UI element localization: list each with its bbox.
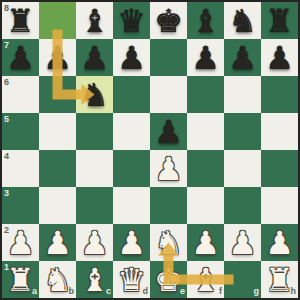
- square-a2[interactable]: 2♟: [2, 224, 39, 261]
- black-pawn-h7[interactable]: ♟: [261, 39, 298, 76]
- square-f5[interactable]: [187, 113, 224, 150]
- square-h2[interactable]: ♟: [261, 224, 298, 261]
- square-g1[interactable]: g: [224, 261, 261, 298]
- square-d3[interactable]: [113, 187, 150, 224]
- square-d4[interactable]: [113, 150, 150, 187]
- white-pawn-d2[interactable]: ♟: [113, 224, 150, 261]
- square-c7[interactable]: ♟: [76, 39, 113, 76]
- white-bishop-c1[interactable]: ♝: [76, 261, 113, 298]
- square-d7[interactable]: ♟: [113, 39, 150, 76]
- rank-label-6: 6: [4, 78, 9, 87]
- square-e8[interactable]: ♚: [150, 2, 187, 39]
- rank-label-3: 3: [4, 189, 9, 198]
- square-a5[interactable]: 5: [2, 113, 39, 150]
- square-c8[interactable]: ♝: [76, 2, 113, 39]
- square-d2[interactable]: ♟: [113, 224, 150, 261]
- square-b5[interactable]: [39, 113, 76, 150]
- square-c3[interactable]: [76, 187, 113, 224]
- white-pawn-f2[interactable]: ♟: [187, 224, 224, 261]
- square-f8[interactable]: ♝: [187, 2, 224, 39]
- square-b4[interactable]: [39, 150, 76, 187]
- square-a4[interactable]: 4: [2, 150, 39, 187]
- black-pawn-c7[interactable]: ♟: [76, 39, 113, 76]
- square-c2[interactable]: ♟: [76, 224, 113, 261]
- square-f6[interactable]: [187, 76, 224, 113]
- rank-label-5: 5: [4, 115, 9, 124]
- square-e7[interactable]: [150, 39, 187, 76]
- square-a8[interactable]: 8♜: [2, 2, 39, 39]
- square-d8[interactable]: ♛: [113, 2, 150, 39]
- square-g8[interactable]: ♞: [224, 2, 261, 39]
- file-label-g: g: [254, 287, 260, 296]
- square-g3[interactable]: [224, 187, 261, 224]
- square-g7[interactable]: ♟: [224, 39, 261, 76]
- square-f7[interactable]: ♟: [187, 39, 224, 76]
- white-queen-d1[interactable]: ♛: [113, 261, 150, 298]
- square-d1[interactable]: d♛: [113, 261, 150, 298]
- square-g5[interactable]: [224, 113, 261, 150]
- rank-label-4: 4: [4, 152, 9, 161]
- square-c1[interactable]: c♝: [76, 261, 113, 298]
- square-f3[interactable]: [187, 187, 224, 224]
- square-h1[interactable]: h♜: [261, 261, 298, 298]
- square-e5[interactable]: ♟: [150, 113, 187, 150]
- black-pawn-e5[interactable]: ♟: [150, 113, 187, 150]
- black-queen-d8[interactable]: ♛: [113, 2, 150, 39]
- square-h6[interactable]: [261, 76, 298, 113]
- square-b7[interactable]: ♟: [39, 39, 76, 76]
- white-king-e1[interactable]: ♚: [150, 261, 187, 298]
- white-pawn-a2[interactable]: ♟: [2, 224, 39, 261]
- square-b3[interactable]: [39, 187, 76, 224]
- white-knight-b1[interactable]: ♞: [39, 261, 76, 298]
- black-pawn-f7[interactable]: ♟: [187, 39, 224, 76]
- square-c4[interactable]: [76, 150, 113, 187]
- square-h7[interactable]: ♟: [261, 39, 298, 76]
- black-rook-a8[interactable]: ♜: [2, 2, 39, 39]
- square-d6[interactable]: [113, 76, 150, 113]
- square-h5[interactable]: [261, 113, 298, 150]
- square-f4[interactable]: [187, 150, 224, 187]
- square-b1[interactable]: b♞: [39, 261, 76, 298]
- square-a3[interactable]: 3: [2, 187, 39, 224]
- square-e6[interactable]: [150, 76, 187, 113]
- square-d5[interactable]: [113, 113, 150, 150]
- black-pawn-g7[interactable]: ♟: [224, 39, 261, 76]
- square-e4[interactable]: ♟: [150, 150, 187, 187]
- white-pawn-b2[interactable]: ♟: [39, 224, 76, 261]
- white-pawn-g2[interactable]: ♟: [224, 224, 261, 261]
- white-knight-e2[interactable]: ♞: [150, 224, 187, 261]
- square-a7[interactable]: 7♟: [2, 39, 39, 76]
- square-e3[interactable]: [150, 187, 187, 224]
- black-pawn-b7[interactable]: ♟: [39, 39, 76, 76]
- square-b6[interactable]: [39, 76, 76, 113]
- white-rook-h1[interactable]: ♜: [261, 261, 298, 298]
- square-h8[interactable]: ♜: [261, 2, 298, 39]
- square-h3[interactable]: [261, 187, 298, 224]
- square-a1[interactable]: 1a♜: [2, 261, 39, 298]
- white-pawn-e4[interactable]: ♟: [150, 150, 187, 187]
- square-e2[interactable]: ♞: [150, 224, 187, 261]
- square-g4[interactable]: [224, 150, 261, 187]
- black-bishop-c8[interactable]: ♝: [76, 2, 113, 39]
- black-king-e8[interactable]: ♚: [150, 2, 187, 39]
- white-rook-a1[interactable]: ♜: [2, 261, 39, 298]
- white-pawn-c2[interactable]: ♟: [76, 224, 113, 261]
- square-g2[interactable]: ♟: [224, 224, 261, 261]
- square-a6[interactable]: 6: [2, 76, 39, 113]
- black-bishop-f8[interactable]: ♝: [187, 2, 224, 39]
- white-bishop-f1[interactable]: ♝: [187, 261, 224, 298]
- square-e1[interactable]: e♚: [150, 261, 187, 298]
- square-c5[interactable]: [76, 113, 113, 150]
- square-f2[interactable]: ♟: [187, 224, 224, 261]
- black-pawn-d7[interactable]: ♟: [113, 39, 150, 76]
- chess-board: 8♜♝♛♚♝♞♜7♟♟♟♟♟♟♟6♞5♟4♟32♟♟♟♟♞♟♟♟1a♜b♞c♝d…: [0, 0, 300, 300]
- square-b2[interactable]: ♟: [39, 224, 76, 261]
- black-knight-g8[interactable]: ♞: [224, 2, 261, 39]
- square-f1[interactable]: f♝: [187, 261, 224, 298]
- square-g6[interactable]: [224, 76, 261, 113]
- white-pawn-h2[interactable]: ♟: [261, 224, 298, 261]
- chess-board-stage: 8♜♝♛♚♝♞♜7♟♟♟♟♟♟♟6♞5♟4♟32♟♟♟♟♞♟♟♟1a♜b♞c♝d…: [0, 0, 300, 300]
- square-h4[interactable]: [261, 150, 298, 187]
- square-c6[interactable]: ♞: [76, 76, 113, 113]
- black-knight-c6[interactable]: ♞: [76, 76, 113, 113]
- square-b8[interactable]: [39, 2, 76, 39]
- black-rook-h8[interactable]: ♜: [261, 2, 298, 39]
- black-pawn-a7[interactable]: ♟: [2, 39, 39, 76]
